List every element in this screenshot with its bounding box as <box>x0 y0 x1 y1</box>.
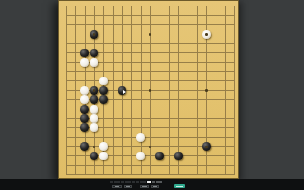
board-cell[interactable] <box>127 30 136 39</box>
board-cell[interactable] <box>80 20 89 29</box>
board-cell[interactable] <box>201 151 210 160</box>
board-cell[interactable] <box>230 76 239 85</box>
board-cell[interactable] <box>99 114 108 123</box>
board-cell[interactable] <box>127 67 136 76</box>
board-cell[interactable] <box>89 95 98 104</box>
board-cell[interactable] <box>183 39 192 48</box>
board-cell[interactable] <box>230 86 239 95</box>
board-cell[interactable] <box>108 58 117 67</box>
board-cell[interactable] <box>173 104 182 113</box>
board-cell[interactable] <box>201 133 210 142</box>
board-cell[interactable] <box>173 133 182 142</box>
board-cell[interactable] <box>71 86 80 95</box>
board-cell[interactable] <box>164 2 173 11</box>
board-cell[interactable] <box>127 20 136 29</box>
board-cell[interactable] <box>192 133 201 142</box>
board-cell[interactable] <box>108 123 117 132</box>
board-cell[interactable] <box>192 123 201 132</box>
board-cell[interactable] <box>155 39 164 48</box>
board-cell[interactable] <box>117 95 126 104</box>
board-cell[interactable] <box>211 104 220 113</box>
board-cell[interactable] <box>127 11 136 20</box>
board-cell[interactable] <box>220 114 229 123</box>
board-cell[interactable] <box>173 76 182 85</box>
board-cell[interactable] <box>173 67 182 76</box>
board-cell[interactable] <box>230 11 239 20</box>
board-cell[interactable] <box>192 76 201 85</box>
board-cell[interactable] <box>230 151 239 160</box>
board-cell[interactable] <box>230 104 239 113</box>
board-cell[interactable] <box>136 161 145 170</box>
board-cell[interactable] <box>192 142 201 151</box>
board-cell[interactable] <box>220 104 229 113</box>
board-cell[interactable] <box>108 11 117 20</box>
board-cell[interactable] <box>71 133 80 142</box>
board-cell[interactable] <box>164 39 173 48</box>
board-cell[interactable] <box>89 39 98 48</box>
board-cell[interactable] <box>99 104 108 113</box>
board-cell[interactable] <box>183 151 192 160</box>
board-cell[interactable] <box>117 2 126 11</box>
board-cell[interactable] <box>155 114 164 123</box>
board-cell[interactable] <box>117 39 126 48</box>
board-cell[interactable] <box>136 48 145 57</box>
board-cell[interactable] <box>89 123 98 132</box>
board-cell[interactable] <box>155 76 164 85</box>
board-cell[interactable] <box>220 67 229 76</box>
board-cell[interactable] <box>211 170 220 179</box>
board-cell[interactable] <box>164 114 173 123</box>
board-cell[interactable] <box>89 58 98 67</box>
board-cell[interactable] <box>80 95 89 104</box>
board-cell[interactable] <box>145 161 154 170</box>
board-cell[interactable] <box>108 151 117 160</box>
board-cell[interactable] <box>71 39 80 48</box>
board-cell[interactable] <box>71 95 80 104</box>
board-cell[interactable] <box>155 161 164 170</box>
board-cell[interactable] <box>117 20 126 29</box>
board-cell[interactable] <box>164 104 173 113</box>
board-cell[interactable] <box>71 20 80 29</box>
board-cell[interactable] <box>164 58 173 67</box>
board-cell[interactable] <box>220 20 229 29</box>
board-cell[interactable] <box>173 11 182 20</box>
board-cell[interactable] <box>71 123 80 132</box>
board-cell[interactable] <box>61 151 70 160</box>
board-cell[interactable] <box>127 95 136 104</box>
board-cell[interactable] <box>164 76 173 85</box>
board-cell[interactable] <box>145 114 154 123</box>
board-cell[interactable] <box>99 123 108 132</box>
board-cell[interactable] <box>220 95 229 104</box>
board-cell[interactable] <box>99 2 108 11</box>
board-cell[interactable] <box>155 2 164 11</box>
board-cell[interactable] <box>230 161 239 170</box>
move-slider[interactable] <box>110 181 162 184</box>
board-cell[interactable] <box>80 123 89 132</box>
board-cell[interactable] <box>155 30 164 39</box>
board-cell[interactable] <box>183 58 192 67</box>
board-cell[interactable] <box>108 104 117 113</box>
board-cell[interactable] <box>183 161 192 170</box>
board-cell[interactable] <box>201 170 210 179</box>
board-cell[interactable] <box>127 151 136 160</box>
board-cell[interactable] <box>183 123 192 132</box>
board-cell[interactable] <box>136 58 145 67</box>
board-cell[interactable] <box>71 11 80 20</box>
board-cell[interactable] <box>127 2 136 11</box>
board-cell[interactable] <box>117 151 126 160</box>
control-button-1[interactable] <box>112 185 122 189</box>
board-cell[interactable] <box>145 104 154 113</box>
board-cell[interactable] <box>192 30 201 39</box>
board-cell[interactable] <box>220 11 229 20</box>
board-cell[interactable] <box>99 151 108 160</box>
board-cell[interactable] <box>145 2 154 11</box>
board-cell[interactable] <box>183 11 192 20</box>
board-cell[interactable] <box>89 20 98 29</box>
board-cell[interactable] <box>211 30 220 39</box>
board-cell[interactable] <box>61 11 70 20</box>
board-cell[interactable] <box>145 20 154 29</box>
board-cell[interactable] <box>127 58 136 67</box>
board-cell[interactable] <box>220 30 229 39</box>
board-cell[interactable] <box>61 95 70 104</box>
board-cell[interactable] <box>80 67 89 76</box>
board-cell[interactable] <box>201 2 210 11</box>
board-cell[interactable] <box>99 95 108 104</box>
board-cell[interactable] <box>99 58 108 67</box>
board-cell[interactable] <box>117 48 126 57</box>
board-cell[interactable] <box>136 2 145 11</box>
board-cell[interactable] <box>61 48 70 57</box>
board-cell[interactable] <box>201 11 210 20</box>
board-cell[interactable] <box>99 161 108 170</box>
board-cell[interactable] <box>61 161 70 170</box>
board-cell[interactable] <box>108 39 117 48</box>
board-cell[interactable] <box>164 95 173 104</box>
board-cell[interactable] <box>211 95 220 104</box>
board-cell[interactable] <box>230 142 239 151</box>
board-cell[interactable] <box>108 114 117 123</box>
board-cell[interactable] <box>80 11 89 20</box>
board-cell[interactable] <box>108 67 117 76</box>
board-cell[interactable] <box>71 30 80 39</box>
board-cell[interactable] <box>192 48 201 57</box>
board-cell[interactable] <box>183 95 192 104</box>
board-cell[interactable] <box>230 123 239 132</box>
board-cell[interactable] <box>164 30 173 39</box>
board-cell[interactable] <box>183 142 192 151</box>
control-button-3[interactable] <box>140 185 149 189</box>
board-cell[interactable] <box>99 86 108 95</box>
board-cell[interactable] <box>61 104 70 113</box>
board-cell[interactable] <box>127 114 136 123</box>
board-cell[interactable] <box>145 133 154 142</box>
go-board[interactable] <box>58 0 239 179</box>
board-cell[interactable] <box>80 86 89 95</box>
board-cell[interactable] <box>201 67 210 76</box>
board-cell[interactable] <box>220 2 229 11</box>
board-cell[interactable] <box>183 2 192 11</box>
board-cell[interactable] <box>61 2 70 11</box>
board-cell[interactable] <box>164 142 173 151</box>
board-cell[interactable] <box>99 170 108 179</box>
control-button-4[interactable] <box>151 185 160 189</box>
board-cell[interactable] <box>155 48 164 57</box>
board-cell[interactable] <box>108 161 117 170</box>
board-cell[interactable] <box>183 48 192 57</box>
board-cell[interactable] <box>183 20 192 29</box>
board-cell[interactable] <box>192 104 201 113</box>
board-cell[interactable] <box>211 48 220 57</box>
board-cell[interactable] <box>230 39 239 48</box>
board-cell[interactable] <box>117 58 126 67</box>
board-cell[interactable] <box>89 104 98 113</box>
board-cell[interactable] <box>201 161 210 170</box>
board-cell[interactable] <box>164 161 173 170</box>
board-cell[interactable] <box>99 20 108 29</box>
board-cell[interactable] <box>80 170 89 179</box>
board-cell[interactable] <box>99 142 108 151</box>
board-cell[interactable] <box>145 151 154 160</box>
board-cell[interactable] <box>173 95 182 104</box>
board-cell[interactable] <box>136 30 145 39</box>
board-cell[interactable] <box>71 114 80 123</box>
board-cell[interactable] <box>155 104 164 113</box>
board-cell[interactable] <box>71 151 80 160</box>
board-cell[interactable] <box>211 86 220 95</box>
board-cell[interactable] <box>80 76 89 85</box>
board-cell[interactable] <box>211 2 220 11</box>
board-cell[interactable] <box>201 58 210 67</box>
board-cell[interactable] <box>108 30 117 39</box>
board-cell[interactable] <box>173 2 182 11</box>
board-cell[interactable] <box>99 39 108 48</box>
board-cell[interactable] <box>220 48 229 57</box>
board-cell[interactable] <box>164 20 173 29</box>
board-cell[interactable] <box>192 20 201 29</box>
board-cell[interactable] <box>201 48 210 57</box>
board-cell[interactable] <box>89 114 98 123</box>
board-cell[interactable] <box>230 48 239 57</box>
board-cell[interactable] <box>80 58 89 67</box>
board-cell[interactable] <box>136 170 145 179</box>
board-cell[interactable] <box>201 95 210 104</box>
board-cell[interactable] <box>230 133 239 142</box>
board-cell[interactable] <box>183 76 192 85</box>
board-cell[interactable] <box>127 39 136 48</box>
board-cell[interactable] <box>89 161 98 170</box>
board-cell[interactable] <box>108 133 117 142</box>
board-cell[interactable] <box>71 170 80 179</box>
board-cell[interactable] <box>99 133 108 142</box>
board-cell[interactable] <box>127 161 136 170</box>
board-cell[interactable] <box>80 104 89 113</box>
board-cell[interactable] <box>183 104 192 113</box>
board-cell[interactable] <box>192 67 201 76</box>
board-cell[interactable] <box>145 95 154 104</box>
board-cell[interactable] <box>155 11 164 20</box>
board-cell[interactable] <box>61 76 70 85</box>
board-cell[interactable] <box>136 151 145 160</box>
board-cell[interactable] <box>71 2 80 11</box>
board-cell[interactable] <box>61 86 70 95</box>
board-cell[interactable] <box>117 86 126 95</box>
board-cell[interactable] <box>108 95 117 104</box>
board-cell[interactable] <box>173 142 182 151</box>
board-cell[interactable] <box>155 123 164 132</box>
board-cell[interactable] <box>155 67 164 76</box>
board-cell[interactable] <box>173 39 182 48</box>
board-cell[interactable] <box>164 133 173 142</box>
board-cell[interactable] <box>164 11 173 20</box>
board-cell[interactable] <box>211 142 220 151</box>
board-cell[interactable] <box>89 76 98 85</box>
board-cell[interactable] <box>230 114 239 123</box>
board-cell[interactable] <box>164 123 173 132</box>
board-cell[interactable] <box>211 76 220 85</box>
board-cell[interactable] <box>80 142 89 151</box>
board-cell[interactable] <box>108 86 117 95</box>
board-cell[interactable] <box>211 39 220 48</box>
board-cell[interactable] <box>71 67 80 76</box>
board-cell[interactable] <box>108 142 117 151</box>
board-cell[interactable] <box>61 123 70 132</box>
board-cell[interactable] <box>211 114 220 123</box>
board-cell[interactable] <box>164 86 173 95</box>
board-cell[interactable] <box>89 133 98 142</box>
board-cell[interactable] <box>117 142 126 151</box>
action-button[interactable] <box>174 184 186 188</box>
board-cell[interactable] <box>145 76 154 85</box>
board-cell[interactable] <box>136 95 145 104</box>
board-cell[interactable] <box>230 58 239 67</box>
board-cell[interactable] <box>61 39 70 48</box>
board-cell[interactable] <box>173 20 182 29</box>
board-cell[interactable] <box>201 20 210 29</box>
board-cell[interactable] <box>61 20 70 29</box>
board-cell[interactable] <box>230 95 239 104</box>
board-cell[interactable] <box>192 170 201 179</box>
board-cell[interactable] <box>117 114 126 123</box>
board-cell[interactable] <box>183 67 192 76</box>
board-cell[interactable] <box>71 76 80 85</box>
board-cell[interactable] <box>220 133 229 142</box>
board-cell[interactable] <box>145 48 154 57</box>
board-cell[interactable] <box>211 11 220 20</box>
board-cell[interactable] <box>155 58 164 67</box>
board-cell[interactable] <box>108 20 117 29</box>
board-cell[interactable] <box>127 133 136 142</box>
board-cell[interactable] <box>136 133 145 142</box>
board-cell[interactable] <box>61 142 70 151</box>
board-cell[interactable] <box>117 11 126 20</box>
board-cell[interactable] <box>164 48 173 57</box>
board-cell[interactable] <box>220 161 229 170</box>
board-cell[interactable] <box>127 48 136 57</box>
board-cell[interactable] <box>89 48 98 57</box>
board-cell[interactable] <box>155 142 164 151</box>
board-cell[interactable] <box>127 170 136 179</box>
board-cell[interactable] <box>80 48 89 57</box>
board-cell[interactable] <box>136 104 145 113</box>
board-cell[interactable] <box>155 20 164 29</box>
board-cell[interactable] <box>89 11 98 20</box>
board-cell[interactable] <box>89 2 98 11</box>
board-cell[interactable] <box>230 2 239 11</box>
board-cell[interactable] <box>117 104 126 113</box>
board-cell[interactable] <box>155 170 164 179</box>
board-cell[interactable] <box>173 86 182 95</box>
board-cell[interactable] <box>145 170 154 179</box>
board-cell[interactable] <box>117 123 126 132</box>
board-cell[interactable] <box>201 39 210 48</box>
board-cell[interactable] <box>136 114 145 123</box>
board-cell[interactable] <box>192 39 201 48</box>
board-cell[interactable] <box>127 76 136 85</box>
board-cell[interactable] <box>89 151 98 160</box>
board-cell[interactable] <box>220 58 229 67</box>
board-cell[interactable] <box>71 48 80 57</box>
board-cell[interactable] <box>192 2 201 11</box>
board-cell[interactable] <box>220 170 229 179</box>
board-cell[interactable] <box>183 170 192 179</box>
board-cell[interactable] <box>173 58 182 67</box>
board-cell[interactable] <box>99 76 108 85</box>
board-cell[interactable] <box>117 67 126 76</box>
board-cell[interactable] <box>80 2 89 11</box>
board-cell[interactable] <box>164 67 173 76</box>
board-cell[interactable] <box>201 114 210 123</box>
board-cell[interactable] <box>192 151 201 160</box>
board-cell[interactable] <box>155 151 164 160</box>
board-cell[interactable] <box>136 142 145 151</box>
board-cell[interactable] <box>80 114 89 123</box>
board-cell[interactable] <box>136 39 145 48</box>
board-cell[interactable] <box>173 30 182 39</box>
board-cell[interactable] <box>127 86 136 95</box>
board-cell[interactable] <box>61 133 70 142</box>
board-cell[interactable] <box>230 20 239 29</box>
board-cell[interactable] <box>201 123 210 132</box>
board-cell[interactable] <box>108 48 117 57</box>
board-cell[interactable] <box>155 86 164 95</box>
board-cell[interactable] <box>145 67 154 76</box>
board-cell[interactable] <box>211 67 220 76</box>
board-cell[interactable] <box>220 86 229 95</box>
board-cell[interactable] <box>173 151 182 160</box>
board-cell[interactable] <box>99 67 108 76</box>
board-cell[interactable] <box>117 133 126 142</box>
board-cell[interactable] <box>136 76 145 85</box>
board-cell[interactable] <box>192 86 201 95</box>
board-cell[interactable] <box>173 114 182 123</box>
board-cell[interactable] <box>136 11 145 20</box>
board-cell[interactable] <box>220 76 229 85</box>
board-cell[interactable] <box>155 95 164 104</box>
board-cell[interactable] <box>230 30 239 39</box>
board-cell[interactable] <box>220 39 229 48</box>
board-cell[interactable] <box>136 86 145 95</box>
board-cell[interactable] <box>89 170 98 179</box>
board-cell[interactable] <box>164 170 173 179</box>
board-cell[interactable] <box>80 161 89 170</box>
board-cell[interactable] <box>71 142 80 151</box>
board-cell[interactable] <box>127 142 136 151</box>
board-cell[interactable] <box>108 76 117 85</box>
board-cell[interactable] <box>192 95 201 104</box>
